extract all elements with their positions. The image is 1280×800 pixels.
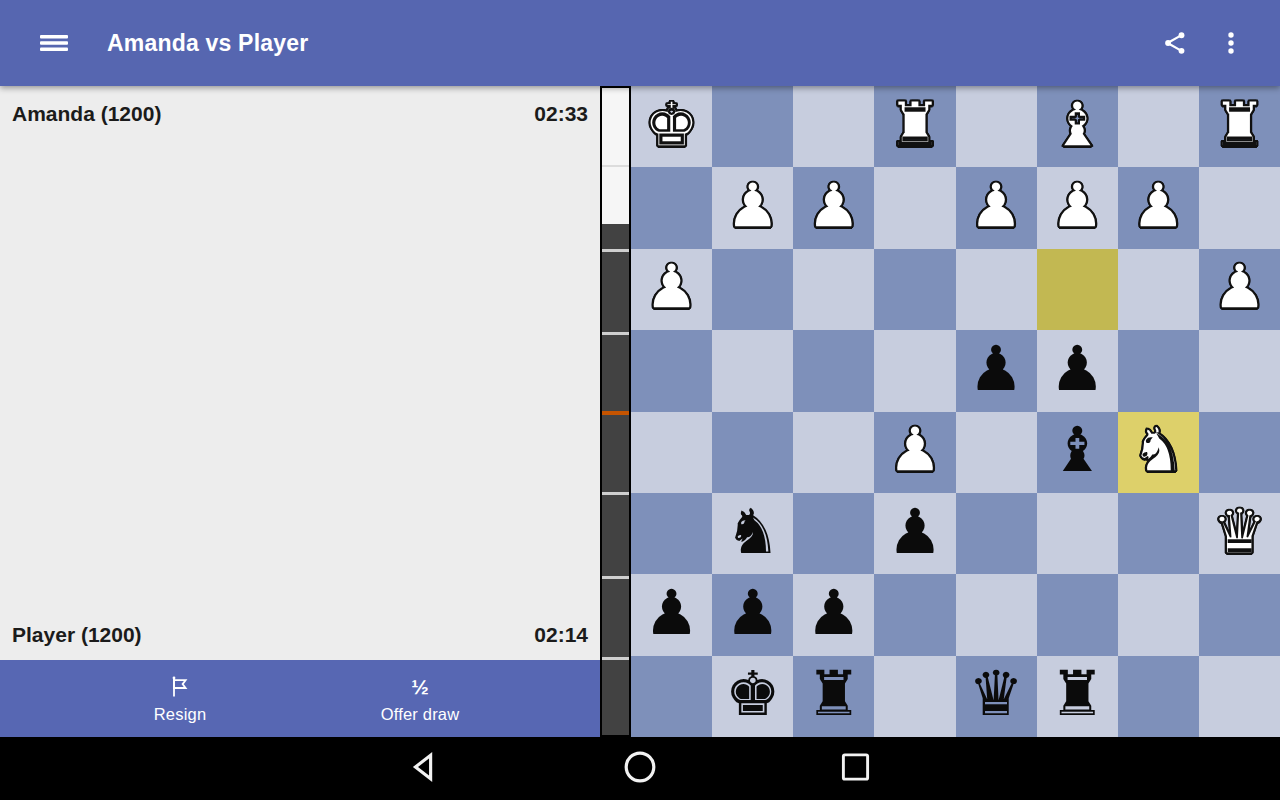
share-icon[interactable]	[1162, 30, 1188, 56]
action-bar: Resign ½ Offer draw	[0, 660, 600, 737]
square-b5[interactable]: ♞	[1118, 412, 1199, 493]
black-pawn: ♟	[725, 582, 781, 644]
square-h6[interactable]	[631, 493, 712, 574]
black-queen: ♛	[968, 663, 1024, 725]
offer-draw-button[interactable]: ½ Offer draw	[300, 660, 540, 737]
square-e3[interactable]	[874, 249, 955, 330]
offer-draw-label: Offer draw	[381, 705, 460, 724]
panel-spacer	[0, 126, 600, 623]
square-h4[interactable]	[631, 330, 712, 411]
square-a6[interactable]: ♛	[1199, 493, 1280, 574]
square-c3[interactable]	[1037, 249, 1118, 330]
scrubber-segment	[602, 224, 629, 249]
square-a2[interactable]	[1199, 167, 1280, 248]
square-d4[interactable]: ♟	[956, 330, 1037, 411]
black-pawn: ♟	[1049, 338, 1105, 400]
square-g8[interactable]: ♚	[712, 656, 793, 737]
white-pawn: ♟	[644, 256, 700, 318]
white-king: ♚	[644, 94, 700, 156]
square-d5[interactable]	[956, 412, 1037, 493]
square-c4[interactable]: ♟	[1037, 330, 1118, 411]
game-info-panel: Amanda (1200) 02:33 Player (1200) 02:14	[0, 86, 600, 737]
black-pawn: ♟	[806, 582, 862, 644]
scrubber-segment	[602, 335, 629, 411]
black-king: ♚	[725, 663, 781, 725]
page-title: Amanda vs Player	[107, 30, 308, 57]
player-name-bottom: Player (1200)	[12, 623, 142, 647]
square-h3[interactable]: ♟	[631, 249, 712, 330]
square-g6[interactable]: ♞	[712, 493, 793, 574]
square-b2[interactable]: ♟	[1118, 167, 1199, 248]
square-b4[interactable]	[1118, 330, 1199, 411]
white-bishop: ♝	[1049, 94, 1105, 156]
square-f8[interactable]: ♜	[793, 656, 874, 737]
white-pawn: ♟	[1049, 175, 1105, 237]
square-c1[interactable]: ♝	[1037, 86, 1118, 167]
square-d3[interactable]	[956, 249, 1037, 330]
square-d7[interactable]	[956, 574, 1037, 655]
square-f6[interactable]	[793, 493, 874, 574]
square-h8[interactable]	[631, 656, 712, 737]
black-pawn: ♟	[887, 501, 943, 563]
square-f3[interactable]	[793, 249, 874, 330]
white-rook: ♜	[887, 94, 943, 156]
recents-button[interactable]	[840, 751, 871, 786]
white-knight: ♞	[1131, 419, 1187, 481]
square-c8[interactable]: ♜	[1037, 656, 1118, 737]
white-pawn: ♟	[1212, 256, 1268, 318]
scrubber-segment	[602, 88, 629, 165]
square-e1[interactable]: ♜	[874, 86, 955, 167]
move-scrubber[interactable]	[600, 86, 631, 737]
square-d2[interactable]: ♟	[956, 167, 1037, 248]
square-c5[interactable]: ♝	[1037, 412, 1118, 493]
square-h1[interactable]: ♚	[631, 86, 712, 167]
player-name-top: Amanda (1200)	[12, 102, 161, 126]
scrubber-segment	[602, 579, 629, 657]
square-g4[interactable]	[712, 330, 793, 411]
square-g7[interactable]: ♟	[712, 574, 793, 655]
hamburger-menu-icon[interactable]	[40, 31, 68, 55]
player-clock-bottom: 02:14	[534, 623, 588, 647]
white-queen: ♛	[1212, 501, 1268, 563]
square-e8[interactable]	[874, 656, 955, 737]
player-row-top: Amanda (1200) 02:33	[0, 86, 600, 126]
square-e4[interactable]	[874, 330, 955, 411]
square-g2[interactable]: ♟	[712, 167, 793, 248]
square-b1[interactable]	[1118, 86, 1199, 167]
square-d1[interactable]	[956, 86, 1037, 167]
white-pawn: ♟	[725, 175, 781, 237]
overflow-menu-icon[interactable]	[1218, 30, 1244, 56]
square-b7[interactable]	[1118, 574, 1199, 655]
android-nav-bar	[0, 737, 1280, 800]
square-h7[interactable]: ♟	[631, 574, 712, 655]
square-c6[interactable]	[1037, 493, 1118, 574]
white-rook: ♜	[1212, 94, 1268, 156]
square-b6[interactable]	[1118, 493, 1199, 574]
black-knight: ♞	[725, 501, 781, 563]
square-g5[interactable]	[712, 412, 793, 493]
black-rook: ♜	[1049, 663, 1105, 725]
black-pawn: ♟	[644, 582, 700, 644]
square-d8[interactable]: ♛	[956, 656, 1037, 737]
square-a5[interactable]	[1199, 412, 1280, 493]
square-a4[interactable]	[1199, 330, 1280, 411]
square-d6[interactable]	[956, 493, 1037, 574]
white-pawn: ♟	[968, 175, 1024, 237]
chess-board: ♚♜♝♜♟♟♟♟♟♟♟♟♟♟♝♞♞♟♛♟♟♟♚♜♛♜	[631, 86, 1280, 737]
scrubber-segment	[602, 167, 629, 224]
square-g1[interactable]	[712, 86, 793, 167]
player-clock-top: 02:33	[534, 102, 588, 126]
square-e5[interactable]: ♟	[874, 412, 955, 493]
flag-icon	[168, 674, 192, 700]
half-point-icon: ½	[411, 674, 429, 700]
scrubber-segment	[602, 415, 629, 492]
scrubber-segment	[602, 495, 629, 576]
square-e2[interactable]	[874, 167, 955, 248]
resign-button[interactable]: Resign	[60, 660, 300, 737]
square-a1[interactable]: ♜	[1199, 86, 1280, 167]
square-f4[interactable]	[793, 330, 874, 411]
black-bishop: ♝	[1049, 419, 1105, 481]
square-e7[interactable]	[874, 574, 955, 655]
scrubber-segment	[602, 660, 629, 735]
square-b3[interactable]	[1118, 249, 1199, 330]
white-pawn: ♟	[806, 175, 862, 237]
black-pawn: ♟	[968, 338, 1024, 400]
square-b8[interactable]	[1118, 656, 1199, 737]
square-e6[interactable]: ♟	[874, 493, 955, 574]
black-rook: ♜	[806, 663, 862, 725]
white-pawn: ♟	[887, 419, 943, 481]
app-bar: Amanda vs Player	[0, 0, 1280, 86]
content-area: Amanda (1200) 02:33 Player (1200) 02:14	[0, 86, 1280, 737]
square-f5[interactable]	[793, 412, 874, 493]
player-row-bottom: Player (1200) 02:14	[0, 623, 600, 660]
square-g3[interactable]	[712, 249, 793, 330]
square-f7[interactable]: ♟	[793, 574, 874, 655]
square-f1[interactable]	[793, 86, 874, 167]
scrubber-segment	[602, 252, 629, 332]
square-a8[interactable]	[1199, 656, 1280, 737]
white-pawn: ♟	[1131, 175, 1187, 237]
square-f2[interactable]: ♟	[793, 167, 874, 248]
back-button[interactable]	[407, 749, 443, 789]
square-h2[interactable]	[631, 167, 712, 248]
square-h5[interactable]	[631, 412, 712, 493]
screen: Amanda vs Player	[0, 0, 1280, 800]
square-a3[interactable]: ♟	[1199, 249, 1280, 330]
home-button[interactable]	[623, 750, 657, 788]
square-c7[interactable]	[1037, 574, 1118, 655]
square-c2[interactable]: ♟	[1037, 167, 1118, 248]
resign-label: Resign	[154, 705, 207, 724]
square-a7[interactable]	[1199, 574, 1280, 655]
